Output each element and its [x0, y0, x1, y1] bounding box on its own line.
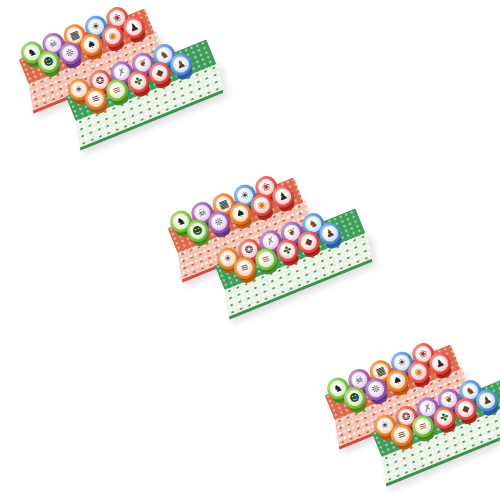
frankenstein-icon: ☻ [187, 221, 208, 242]
caterpillar-icon: ≋ [391, 425, 412, 446]
grasshopper-icon: ✤ [128, 71, 149, 92]
vampire-icon: ♟ [430, 353, 451, 374]
grasshopper-icon: ✤ [434, 407, 455, 428]
text-marks-icon: ≋ [107, 80, 128, 101]
bat-icon: ♠ [81, 34, 102, 55]
vampire-icon: ♟ [273, 186, 294, 207]
caterpillar-icon: ≋ [85, 89, 106, 110]
vampire-icon: ♟ [124, 17, 145, 38]
spider-web-icon: ❊ [60, 43, 81, 64]
text-marks-icon: ≋ [413, 416, 434, 437]
pumpkin-icon: ◉ [102, 26, 123, 47]
grasshopper-icon: ✤ [277, 240, 298, 261]
pumpkin-icon: ◉ [251, 195, 272, 216]
frankenstein-icon: ☻ [38, 52, 59, 73]
bat-icon: ♠ [230, 203, 251, 224]
cat-icon: ♟ [477, 390, 498, 411]
stamp-set-2: ♞☠▦✳❀ ☻❊♠◉♟ ✳❂✗❦♞ ≋≋✤◆♟ [149, 169, 409, 359]
product-photo: ♞☠▦✳❀ ☻❊♠◉♟ ✳❂✗❦♞ ≋≋✤◆♟ ♞☠▦✳❀ ☻❊♠◉♟ ✳❂✗❦… [0, 0, 500, 500]
spider-web-icon: ❊ [366, 379, 387, 400]
bat-icon: ♠ [387, 370, 408, 391]
cat-icon: ♟ [171, 54, 192, 75]
frankenstein-icon: ☻ [344, 388, 365, 409]
pumpkin-icon: ◉ [408, 362, 429, 383]
beetle-icon: ◆ [455, 399, 476, 420]
text-marks-icon: ≋ [256, 249, 277, 270]
stamp-set-3: ♞☠▦✳❀ ☻❊♠◉♟ ✳❂✗❦♞ ≋≋✤◆♟ [306, 336, 500, 500]
beetle-icon: ◆ [149, 63, 170, 84]
cat-icon: ♟ [320, 223, 341, 244]
stamp-set-1: ♞☠▦✳❀ ☻❊♠◉♟ ✳❂✗❦♞ ≋≋✤◆♟ [0, 0, 260, 190]
beetle-icon: ◆ [298, 232, 319, 253]
spider-web-icon: ❊ [209, 212, 230, 233]
caterpillar-icon: ≋ [234, 258, 255, 279]
